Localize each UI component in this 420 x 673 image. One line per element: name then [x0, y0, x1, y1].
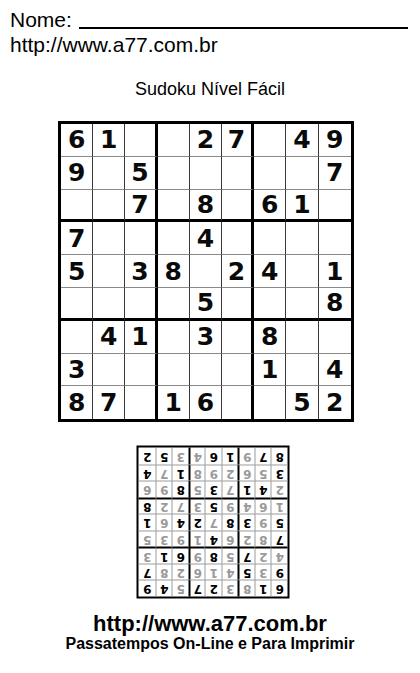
- solution-cell-r3c8: 1: [156, 547, 173, 564]
- solution-cell-r8c1: 3: [271, 465, 288, 482]
- solution-cell-r4c3: 2: [238, 531, 255, 548]
- cell-r2c6[interactable]: [222, 157, 254, 190]
- solution-cell-r1c1: 6: [271, 580, 288, 597]
- solution-cell-r7c8: 9: [156, 481, 173, 498]
- cell-r7c6[interactable]: [222, 321, 254, 354]
- cell-r4c4[interactable]: [158, 222, 190, 255]
- solution-cell-r4c7: 9: [172, 531, 189, 548]
- cell-r6c5: 5: [190, 288, 222, 321]
- cell-r2c5[interactable]: [190, 157, 222, 190]
- cell-r7c8[interactable]: [286, 321, 318, 354]
- solution-cell-r5c6: 2: [189, 514, 206, 531]
- cell-r4c1: 7: [61, 222, 93, 255]
- cell-r2c3: 5: [125, 157, 157, 190]
- solution-cell-r7c6: 5: [189, 481, 206, 498]
- solution-cell-r3c9: 3: [139, 547, 156, 564]
- cell-r4c3[interactable]: [125, 222, 157, 255]
- solution-cell-r1c2: 1: [255, 580, 272, 597]
- footer-tagline: Passatempos On-Line e Para Imprimir: [0, 635, 420, 653]
- solution-cell-r6c8: 2: [156, 498, 173, 515]
- cell-r7c7: 8: [254, 321, 286, 354]
- solution-cell-r5c3: 3: [238, 514, 255, 531]
- cell-r1c7[interactable]: [254, 124, 286, 157]
- solution-cell-r9c6: 4: [189, 448, 206, 465]
- main-grid: 612749957786174538241584138314871652: [58, 121, 354, 422]
- cell-r9c3[interactable]: [125, 386, 157, 419]
- cell-r4c5: 4: [190, 222, 222, 255]
- solution-cell-r8c2: 5: [255, 465, 272, 482]
- cell-r7c1[interactable]: [61, 321, 93, 354]
- solution-cell-r6c4: 9: [222, 498, 239, 515]
- solution-cell-r2c6: 6: [189, 564, 206, 581]
- cell-r7c9[interactable]: [319, 321, 351, 354]
- cell-r1c2: 1: [93, 124, 125, 157]
- solution-cell-r9c7: 3: [172, 448, 189, 465]
- footer-site-url: http://www.a77.com.br: [0, 611, 420, 637]
- cell-r4c7[interactable]: [254, 222, 286, 255]
- solution-cell-r2c8: 8: [156, 564, 173, 581]
- cell-r2c9: 7: [319, 157, 351, 190]
- solution-cell-r9c4: 1: [222, 448, 239, 465]
- solution-cell-r3c4: 5: [222, 547, 239, 564]
- cell-r8c2[interactable]: [93, 354, 125, 387]
- cell-r9c2: 7: [93, 386, 125, 419]
- cell-r8c5[interactable]: [190, 354, 222, 387]
- cell-r6c6[interactable]: [222, 288, 254, 321]
- cell-r6c4[interactable]: [158, 288, 190, 321]
- cell-r6c1[interactable]: [61, 288, 93, 321]
- cell-r3c4[interactable]: [158, 190, 190, 223]
- solution-cell-r1c6: 7: [189, 580, 206, 597]
- solution-cell-r1c3: 8: [238, 580, 255, 597]
- solution-cell-r9c3: 9: [238, 448, 255, 465]
- solution-cell-r1c4: 3: [222, 580, 239, 597]
- page-title: Sudoku Nível Fácil: [0, 79, 420, 100]
- cell-r8c9: 4: [319, 354, 351, 387]
- cell-r5c8[interactable]: [286, 255, 318, 288]
- solution-cell-r2c9: 7: [139, 564, 156, 581]
- cell-r7c4[interactable]: [158, 321, 190, 354]
- solution-cell-r9c8: 5: [156, 448, 173, 465]
- solution-cell-r7c3: 1: [238, 481, 255, 498]
- solution-cell-r6c2: 6: [255, 498, 272, 515]
- cell-r3c2[interactable]: [93, 190, 125, 223]
- solution-cell-r6c1: 1: [271, 498, 288, 515]
- solution-cell-r3c7: 6: [172, 547, 189, 564]
- cell-r9c1: 8: [61, 386, 93, 419]
- cell-r9c6[interactable]: [222, 386, 254, 419]
- solution-cell-r6c3: 4: [238, 498, 255, 515]
- cell-r3c3: 7: [125, 190, 157, 223]
- solution-cell-r7c2: 4: [255, 481, 272, 498]
- solution-cell-r1c9: 9: [139, 580, 156, 597]
- solution-grid: 6183275499354162874275896137826419355938…: [137, 446, 290, 599]
- cell-r5c3: 3: [125, 255, 157, 288]
- solution-cell-r9c9: 2: [139, 448, 156, 465]
- solution-cell-r2c3: 5: [238, 564, 255, 581]
- solution-cell-r7c7: 8: [172, 481, 189, 498]
- solution-cell-r4c5: 4: [205, 531, 222, 548]
- solution-cell-r9c5: 6: [205, 448, 222, 465]
- cell-r3c1[interactable]: [61, 190, 93, 223]
- cell-r8c4[interactable]: [158, 354, 190, 387]
- solution-cell-r1c7: 5: [172, 580, 189, 597]
- solution-cell-r3c5: 8: [205, 547, 222, 564]
- cell-r5c9: 1: [319, 255, 351, 288]
- solution-cell-r4c4: 6: [222, 531, 239, 548]
- solution-cell-r5c7: 4: [172, 514, 189, 531]
- sudoku-printable-page: Nome: http://www.a77.com.br Sudoku Nível…: [0, 0, 420, 673]
- solution-cell-r2c5: 1: [205, 564, 222, 581]
- cell-r7c2: 4: [93, 321, 125, 354]
- solution-cell-r4c6: 1: [189, 531, 206, 548]
- solution-cell-r7c9: 6: [139, 481, 156, 498]
- cell-r4c2[interactable]: [93, 222, 125, 255]
- cell-r9c8: 5: [286, 386, 318, 419]
- cell-r3c9[interactable]: [319, 190, 351, 223]
- solution-cell-r7c1: 2: [271, 481, 288, 498]
- cell-r7c3: 1: [125, 321, 157, 354]
- header-site-url: http://www.a77.com.br: [10, 33, 218, 57]
- cell-r5c1: 5: [61, 255, 93, 288]
- cell-r1c1: 6: [61, 124, 93, 157]
- solution-cell-r5c1: 5: [271, 514, 288, 531]
- cell-r9c4: 1: [158, 386, 190, 419]
- solution-cell-r3c1: 4: [271, 547, 288, 564]
- solution-cell-r3c6: 9: [189, 547, 206, 564]
- cell-r8c6[interactable]: [222, 354, 254, 387]
- solution-cell-r6c7: 7: [172, 498, 189, 515]
- solution-cell-r6c9: 8: [139, 498, 156, 515]
- cell-r1c9: 9: [319, 124, 351, 157]
- cell-r9c7[interactable]: [254, 386, 286, 419]
- cell-r6c3[interactable]: [125, 288, 157, 321]
- solution-cell-r2c4: 4: [222, 564, 239, 581]
- cell-r4c6[interactable]: [222, 222, 254, 255]
- cell-r9c5: 6: [190, 386, 222, 419]
- solution-cell-r6c5: 5: [205, 498, 222, 515]
- cell-r3c7: 6: [254, 190, 286, 223]
- cell-r5c6: 2: [222, 255, 254, 288]
- cell-r9c9: 2: [319, 386, 351, 419]
- cell-r8c7: 1: [254, 354, 286, 387]
- solution-cell-r4c1: 7: [271, 531, 288, 548]
- cell-r3c6[interactable]: [222, 190, 254, 223]
- solution-cell-r8c6: 8: [189, 465, 206, 482]
- solution-cell-r1c5: 2: [205, 580, 222, 597]
- cell-r1c4[interactable]: [158, 124, 190, 157]
- solution-cell-r8c5: 9: [205, 465, 222, 482]
- cell-r3c8: 1: [286, 190, 318, 223]
- solution-cell-r9c2: 7: [255, 448, 272, 465]
- cell-r6c9: 8: [319, 288, 351, 321]
- name-blank-line: [79, 27, 408, 29]
- solution-cell-r5c5: 7: [205, 514, 222, 531]
- solution-cell-r8c7: 1: [172, 465, 189, 482]
- solution-cell-r1c8: 4: [156, 580, 173, 597]
- cell-r1c5: 2: [190, 124, 222, 157]
- cell-r2c8[interactable]: [286, 157, 318, 190]
- solution-cell-r4c8: 3: [156, 531, 173, 548]
- cell-r5c7: 4: [254, 255, 286, 288]
- cell-r1c8: 4: [286, 124, 318, 157]
- solution-cell-r8c9: 4: [139, 465, 156, 482]
- name-row: Nome:: [10, 8, 408, 32]
- cell-r4c8[interactable]: [286, 222, 318, 255]
- cell-r6c8[interactable]: [286, 288, 318, 321]
- solution-cell-r5c4: 8: [222, 514, 239, 531]
- cell-r2c1: 9: [61, 157, 93, 190]
- solution-cell-r3c3: 7: [238, 547, 255, 564]
- cell-r5c2[interactable]: [93, 255, 125, 288]
- solution-cell-r5c2: 9: [255, 514, 272, 531]
- cell-r2c4[interactable]: [158, 157, 190, 190]
- solution-cell-r7c4: 7: [222, 481, 239, 498]
- solution-cell-r7c5: 3: [205, 481, 222, 498]
- solution-cell-r4c2: 8: [255, 531, 272, 548]
- cell-r6c2[interactable]: [93, 288, 125, 321]
- solution-cell-r9c1: 8: [271, 448, 288, 465]
- cell-r6c7[interactable]: [254, 288, 286, 321]
- solution-cell-r6c6: 3: [189, 498, 206, 515]
- cell-r5c5[interactable]: [190, 255, 222, 288]
- solution-cell-r2c2: 3: [255, 564, 272, 581]
- cell-r8c8[interactable]: [286, 354, 318, 387]
- cell-r4c9[interactable]: [319, 222, 351, 255]
- cell-r3c5: 8: [190, 190, 222, 223]
- cell-r8c1: 3: [61, 354, 93, 387]
- cell-r7c5: 3: [190, 321, 222, 354]
- solution-cell-r5c9: 1: [139, 514, 156, 531]
- solution-cell-r2c7: 2: [172, 564, 189, 581]
- solution-cell-r2c1: 9: [271, 564, 288, 581]
- solution-cell-r8c8: 7: [156, 465, 173, 482]
- cell-r5c4: 8: [158, 255, 190, 288]
- name-label: Nome:: [10, 8, 72, 32]
- cell-r2c7[interactable]: [254, 157, 286, 190]
- cell-r1c6: 7: [222, 124, 254, 157]
- solution-cell-r8c4: 2: [222, 465, 239, 482]
- solution-cell-r4c9: 5: [139, 531, 156, 548]
- cell-r8c3[interactable]: [125, 354, 157, 387]
- cell-r1c3[interactable]: [125, 124, 157, 157]
- solution-cell-r3c2: 2: [255, 547, 272, 564]
- solution-cell-r8c3: 6: [238, 465, 255, 482]
- solution-cell-r5c8: 6: [156, 514, 173, 531]
- cell-r2c2[interactable]: [93, 157, 125, 190]
